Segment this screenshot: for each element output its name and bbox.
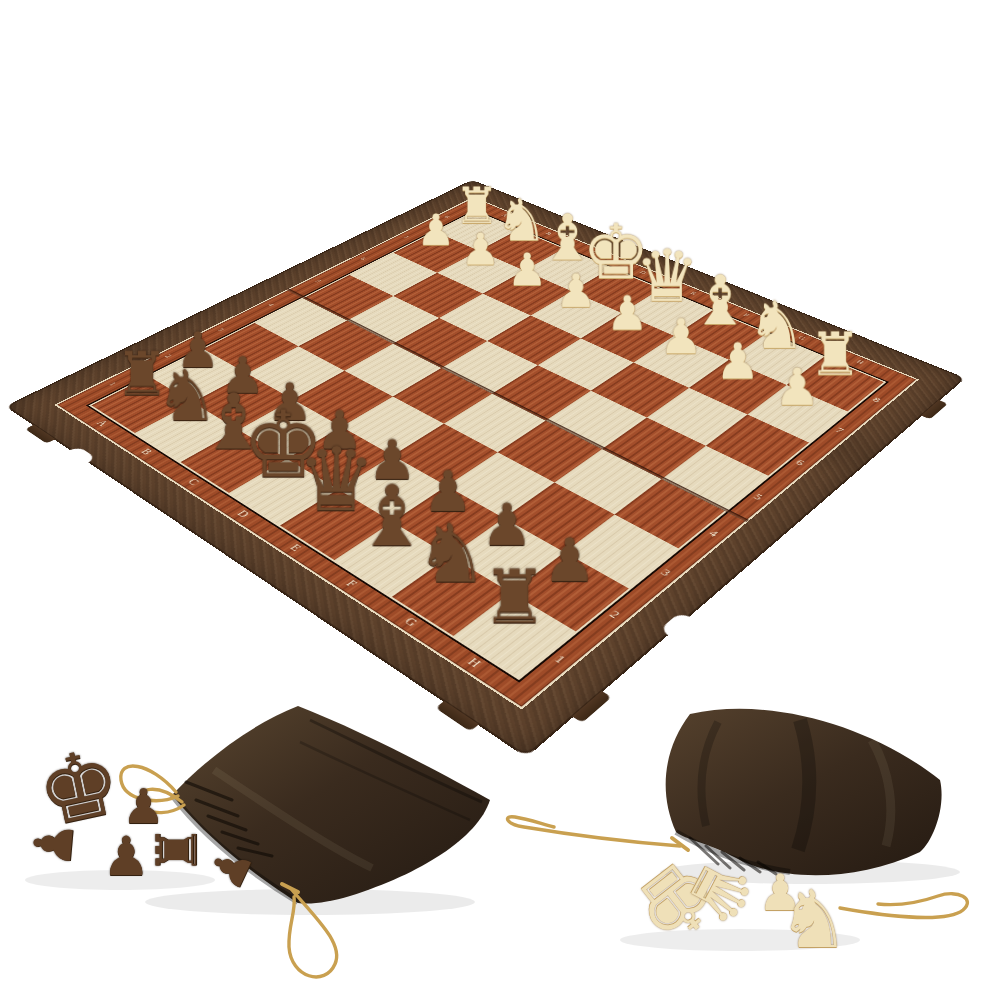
spilled-black-rook-left-bag: ♜: [149, 825, 205, 875]
spilled-white-knight-right-bag: ♞: [778, 880, 850, 960]
spilled-black-pawn-left-bag: ♟: [122, 782, 165, 830]
spilled-black-pawn-left-bag: ♟: [25, 819, 81, 870]
product-photo: AA11BB22CC33DD44EE55FF66GG77HH88 ♜♞♝♚♛♝♞…: [0, 0, 1000, 1000]
